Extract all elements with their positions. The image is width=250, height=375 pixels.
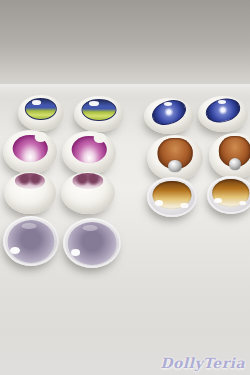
doll-eye-row4-left-a bbox=[3, 216, 59, 266]
glass-lavender-iris bbox=[7, 220, 54, 263]
acrylic-magenta-iris bbox=[72, 136, 107, 163]
acrylic-pink-iris bbox=[72, 173, 103, 189]
doll-eye-row1-left-b bbox=[74, 96, 124, 132]
acrylic-magenta-iris bbox=[13, 135, 48, 162]
metal-stud-pupil bbox=[168, 160, 181, 172]
acrylic-blue-iris bbox=[149, 96, 190, 129]
doll-eye-row2-left-b bbox=[62, 131, 116, 175]
doll-eye-row2-left-a bbox=[3, 130, 57, 174]
glint-highlight bbox=[10, 247, 20, 254]
watermark: DollyTeria bbox=[160, 355, 245, 371]
doll-eye-row3-left-b bbox=[61, 172, 115, 214]
glint-highlight bbox=[155, 200, 163, 206]
doll-eye-row1-right-a bbox=[144, 98, 194, 134]
doll-eye-row3-right-a bbox=[147, 177, 197, 217]
doll-eye-row2-right-a bbox=[147, 135, 203, 181]
doll-eye-row2-right-b bbox=[209, 133, 250, 179]
acrylic-blue-green-iris bbox=[25, 98, 57, 121]
eyes-layer bbox=[0, 0, 250, 375]
acrylic-pink-iris bbox=[15, 173, 45, 189]
glint-highlight bbox=[32, 100, 41, 105]
metal-stud-pupil bbox=[229, 158, 241, 170]
doll-eye-row3-right-b bbox=[207, 176, 250, 214]
doll-eye-row1-right-b bbox=[198, 96, 248, 132]
glass-lavender-iris bbox=[68, 222, 117, 265]
doll-eye-row4-left-b bbox=[63, 218, 121, 268]
acrylic-blue-green-iris bbox=[82, 99, 117, 122]
doll-eye-row1-left-a bbox=[18, 95, 64, 131]
doll-eye-row3-left-a bbox=[4, 172, 56, 214]
doll-eyes-photo: DollyTeria bbox=[0, 0, 250, 375]
